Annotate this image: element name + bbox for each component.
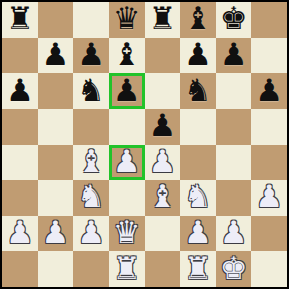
black-pawn-piece[interactable]: ♟ <box>184 39 212 70</box>
black-pawn-piece[interactable]: ♟ <box>77 39 105 70</box>
square-d8[interactable]: ♛ <box>109 2 145 38</box>
square-a1[interactable] <box>2 251 38 287</box>
black-pawn-piece[interactable]: ♟ <box>113 75 141 106</box>
square-a8[interactable]: ♜ <box>2 2 38 38</box>
square-d7[interactable]: ♝ <box>109 38 145 74</box>
white-pawn-piece[interactable]: ♟ <box>113 146 141 177</box>
black-pawn-piece[interactable]: ♟ <box>255 75 283 106</box>
square-b5[interactable] <box>38 109 74 145</box>
square-c2[interactable]: ♟ <box>73 216 109 252</box>
square-c8[interactable] <box>73 2 109 38</box>
white-bishop-piece[interactable]: ♝ <box>77 146 105 177</box>
square-e6[interactable] <box>145 73 181 109</box>
white-rook-piece[interactable]: ♜ <box>184 253 212 284</box>
white-pawn-piece[interactable]: ♟ <box>77 217 105 248</box>
black-pawn-piece[interactable]: ♟ <box>42 39 70 70</box>
square-d5[interactable] <box>109 109 145 145</box>
square-a6[interactable]: ♟ <box>2 73 38 109</box>
square-g3[interactable] <box>216 180 252 216</box>
black-pawn-piece[interactable]: ♟ <box>6 75 34 106</box>
square-h8[interactable] <box>251 2 287 38</box>
black-rook-piece[interactable]: ♜ <box>6 3 34 34</box>
square-h1[interactable] <box>251 251 287 287</box>
black-queen-piece[interactable]: ♛ <box>113 3 141 34</box>
square-c1[interactable] <box>73 251 109 287</box>
square-a7[interactable] <box>2 38 38 74</box>
square-h7[interactable] <box>251 38 287 74</box>
black-bishop-piece[interactable]: ♝ <box>113 39 141 70</box>
square-d3[interactable] <box>109 180 145 216</box>
square-h2[interactable] <box>251 216 287 252</box>
square-f1[interactable]: ♜ <box>180 251 216 287</box>
square-b6[interactable] <box>38 73 74 109</box>
square-e4[interactable]: ♟ <box>145 145 181 181</box>
square-f3[interactable]: ♞ <box>180 180 216 216</box>
square-e1[interactable] <box>145 251 181 287</box>
square-d4[interactable]: ♟ <box>109 145 145 181</box>
square-g4[interactable] <box>216 145 252 181</box>
white-pawn-piece[interactable]: ♟ <box>255 181 283 212</box>
square-b2[interactable]: ♟ <box>38 216 74 252</box>
white-king-piece[interactable]: ♚ <box>220 253 248 284</box>
square-g7[interactable]: ♟ <box>216 38 252 74</box>
square-b7[interactable]: ♟ <box>38 38 74 74</box>
black-knight-piece[interactable]: ♞ <box>184 75 212 106</box>
square-g1[interactable]: ♚ <box>216 251 252 287</box>
square-g6[interactable] <box>216 73 252 109</box>
white-pawn-piece[interactable]: ♟ <box>220 217 248 248</box>
white-pawn-piece[interactable]: ♟ <box>184 217 212 248</box>
square-c7[interactable]: ♟ <box>73 38 109 74</box>
square-b3[interactable] <box>38 180 74 216</box>
square-f5[interactable] <box>180 109 216 145</box>
white-bishop-piece[interactable]: ♝ <box>148 181 176 212</box>
square-d1[interactable]: ♜ <box>109 251 145 287</box>
square-g5[interactable] <box>216 109 252 145</box>
black-pawn-piece[interactable]: ♟ <box>148 110 176 141</box>
square-c6[interactable]: ♞ <box>73 73 109 109</box>
square-g8[interactable]: ♚ <box>216 2 252 38</box>
square-g2[interactable]: ♟ <box>216 216 252 252</box>
square-a5[interactable] <box>2 109 38 145</box>
white-rook-piece[interactable]: ♜ <box>113 253 141 284</box>
square-b1[interactable] <box>38 251 74 287</box>
square-f6[interactable]: ♞ <box>180 73 216 109</box>
square-f2[interactable]: ♟ <box>180 216 216 252</box>
square-d6[interactable]: ♟ <box>109 73 145 109</box>
square-c5[interactable] <box>73 109 109 145</box>
white-knight-piece[interactable]: ♞ <box>77 181 105 212</box>
square-h3[interactable]: ♟ <box>251 180 287 216</box>
white-queen-piece[interactable]: ♛ <box>113 217 141 248</box>
black-bishop-piece[interactable]: ♝ <box>184 3 212 34</box>
white-pawn-piece[interactable]: ♟ <box>148 146 176 177</box>
square-a3[interactable] <box>2 180 38 216</box>
square-e5[interactable]: ♟ <box>145 109 181 145</box>
square-b8[interactable] <box>38 2 74 38</box>
square-a2[interactable]: ♟ <box>2 216 38 252</box>
square-e8[interactable]: ♜ <box>145 2 181 38</box>
square-e2[interactable] <box>145 216 181 252</box>
square-b4[interactable] <box>38 145 74 181</box>
black-rook-piece[interactable]: ♜ <box>148 3 176 34</box>
square-d2[interactable]: ♛ <box>109 216 145 252</box>
chess-board: ♜♛♜♝♚♟♟♝♟♟♟♞♟♞♟♟♝♟♟♞♝♞♟♟♟♟♛♟♟♜♜♚ <box>0 0 289 289</box>
square-e3[interactable]: ♝ <box>145 180 181 216</box>
square-f7[interactable]: ♟ <box>180 38 216 74</box>
square-h4[interactable] <box>251 145 287 181</box>
square-f4[interactable] <box>180 145 216 181</box>
square-e7[interactable] <box>145 38 181 74</box>
square-a4[interactable] <box>2 145 38 181</box>
square-f8[interactable]: ♝ <box>180 2 216 38</box>
square-c3[interactable]: ♞ <box>73 180 109 216</box>
square-h6[interactable]: ♟ <box>251 73 287 109</box>
black-knight-piece[interactable]: ♞ <box>77 75 105 106</box>
black-pawn-piece[interactable]: ♟ <box>220 39 248 70</box>
white-pawn-piece[interactable]: ♟ <box>42 217 70 248</box>
black-king-piece[interactable]: ♚ <box>220 3 248 34</box>
white-knight-piece[interactable]: ♞ <box>184 181 212 212</box>
white-pawn-piece[interactable]: ♟ <box>6 217 34 248</box>
square-h5[interactable] <box>251 109 287 145</box>
square-c4[interactable]: ♝ <box>73 145 109 181</box>
